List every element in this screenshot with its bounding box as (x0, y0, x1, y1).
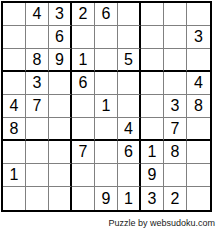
cell-r2c6[interactable] (118, 26, 141, 49)
cell-r1c7[interactable] (141, 3, 164, 26)
cell-r7c3[interactable] (49, 141, 72, 164)
cell-r7c5[interactable] (95, 141, 118, 164)
sudoku-board: 4326638915364471388477618199132 (1, 1, 212, 212)
cell-r5c3[interactable] (49, 95, 72, 118)
cell-r6c5[interactable] (95, 118, 118, 141)
cell-r3c5[interactable] (95, 49, 118, 72)
cell-r7c9[interactable] (187, 141, 210, 164)
cell-r1c6[interactable] (118, 3, 141, 26)
cell-r6c3[interactable] (49, 118, 72, 141)
cell-r2c7[interactable] (141, 26, 164, 49)
cell-r6c7[interactable] (141, 118, 164, 141)
cell-r5c8: 3 (164, 95, 187, 118)
cell-r3c7[interactable] (141, 49, 164, 72)
cell-r1c4: 2 (72, 3, 95, 26)
cell-r8c1: 1 (3, 164, 26, 187)
cell-r5c1: 4 (3, 95, 26, 118)
cell-r4c1[interactable] (3, 72, 26, 95)
cell-r5c2: 7 (26, 95, 49, 118)
cell-r2c8[interactable] (164, 26, 187, 49)
cell-r7c8: 8 (164, 141, 187, 164)
cell-r8c5[interactable] (95, 164, 118, 187)
cell-r4c8[interactable] (164, 72, 187, 95)
puzzle-credit: Puzzle by websudoku.com (108, 218, 215, 228)
cell-r3c1[interactable] (3, 49, 26, 72)
cell-r1c9[interactable] (187, 3, 210, 26)
cell-r6c2[interactable] (26, 118, 49, 141)
cell-r5c9: 8 (187, 95, 210, 118)
cell-r5c6[interactable] (118, 95, 141, 118)
cell-r1c5: 6 (95, 3, 118, 26)
cell-r8c6[interactable] (118, 164, 141, 187)
cell-r7c2[interactable] (26, 141, 49, 164)
cell-r4c4: 6 (72, 72, 95, 95)
cell-r6c1: 8 (3, 118, 26, 141)
cell-r4c7[interactable] (141, 72, 164, 95)
cell-r3c6: 5 (118, 49, 141, 72)
cell-r7c6: 6 (118, 141, 141, 164)
cell-r3c3: 9 (49, 49, 72, 72)
cell-r9c6: 1 (118, 187, 141, 210)
cell-r5c5: 1 (95, 95, 118, 118)
cell-r1c1[interactable] (3, 3, 26, 26)
cell-r1c2: 4 (26, 3, 49, 26)
cell-r5c4[interactable] (72, 95, 95, 118)
sudoku-page: 4326638915364471388477618199132 Puzzle b… (0, 0, 218, 230)
cell-r3c4: 1 (72, 49, 95, 72)
cell-r2c2[interactable] (26, 26, 49, 49)
cell-r6c8: 7 (164, 118, 187, 141)
cell-r3c2: 8 (26, 49, 49, 72)
cell-r9c1[interactable] (3, 187, 26, 210)
cell-r7c4: 7 (72, 141, 95, 164)
cell-r4c5[interactable] (95, 72, 118, 95)
cell-r6c4[interactable] (72, 118, 95, 141)
cell-r9c2[interactable] (26, 187, 49, 210)
cell-r2c3: 6 (49, 26, 72, 49)
cell-r9c8: 2 (164, 187, 187, 210)
cell-r2c5[interactable] (95, 26, 118, 49)
cell-r1c3: 3 (49, 3, 72, 26)
cell-r7c1[interactable] (3, 141, 26, 164)
cell-r4c2: 3 (26, 72, 49, 95)
cell-r8c4[interactable] (72, 164, 95, 187)
cell-r6c6: 4 (118, 118, 141, 141)
cell-r5c7[interactable] (141, 95, 164, 118)
cell-r2c4[interactable] (72, 26, 95, 49)
cell-r2c1[interactable] (3, 26, 26, 49)
cell-r7c7: 1 (141, 141, 164, 164)
cell-r6c9[interactable] (187, 118, 210, 141)
cell-r8c7: 9 (141, 164, 164, 187)
cell-r1c8[interactable] (164, 3, 187, 26)
cell-r9c4[interactable] (72, 187, 95, 210)
cell-r8c2[interactable] (26, 164, 49, 187)
cell-r4c3[interactable] (49, 72, 72, 95)
cell-r8c3[interactable] (49, 164, 72, 187)
cell-r2c9: 3 (187, 26, 210, 49)
cell-r9c3[interactable] (49, 187, 72, 210)
cell-r8c8[interactable] (164, 164, 187, 187)
cell-r3c8[interactable] (164, 49, 187, 72)
cell-r8c9[interactable] (187, 164, 210, 187)
cell-r9c5: 9 (95, 187, 118, 210)
cell-r9c7: 3 (141, 187, 164, 210)
cell-r4c9: 4 (187, 72, 210, 95)
cell-r3c9[interactable] (187, 49, 210, 72)
cell-r4c6[interactable] (118, 72, 141, 95)
cell-r9c9[interactable] (187, 187, 210, 210)
